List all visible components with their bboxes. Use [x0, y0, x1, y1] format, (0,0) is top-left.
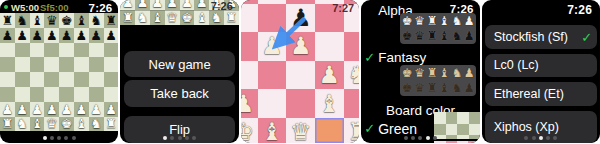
chess-piece: ♟ [315, 61, 344, 90]
board-square[interactable] [44, 87, 59, 102]
board-square[interactable]: ♜ [104, 117, 119, 132]
board-square[interactable]: ♟ [0, 28, 15, 43]
board-square[interactable] [30, 87, 45, 102]
swatch-square [434, 141, 445, 144]
chess-piece: ♞ [211, 11, 223, 24]
page-dot [192, 136, 196, 140]
board-square[interactable]: ♝ [194, 10, 209, 25]
board-square[interactable] [241, 61, 258, 90]
page-dot [163, 136, 167, 140]
watch-time: 7:26 [567, 3, 592, 17]
panel-game-board: W5:00 Sf5:00 7:26 ♜♞♝♛♚♝♞♜♟♟♟♟♟♟♟♟♟♟♟♟♟♟… [0, 0, 118, 143]
panel-appearance-settings: 7:26 Alpha ♚♛♜♝♞♟♚♛♜♝♞♟ ✓ Fantasy ♚♛♜♝♞♟… [361, 0, 479, 143]
board-square[interactable] [241, 32, 258, 61]
page-dot [64, 136, 68, 140]
preview-piece: ♞ [451, 81, 462, 96]
chess-piece: ♟ [181, 0, 193, 9]
piece-set-preview-fantasy[interactable]: ♚♛♜♝♞♟♚♛♜♝♞♟ [400, 65, 476, 96]
chess-piece: ♞ [344, 61, 360, 90]
board-square[interactable] [0, 87, 15, 102]
chess-piece: ♟ [286, 32, 315, 61]
check-icon: ✓ [364, 121, 375, 136]
board-square[interactable]: ♛ [44, 117, 59, 132]
board-square[interactable] [44, 57, 59, 72]
board-square[interactable]: ♟ [165, 0, 180, 10]
swatch-square [446, 112, 458, 124]
page-dots [482, 136, 600, 140]
preview-row: ♚♛♜♝♞♟ [400, 81, 476, 96]
board-square[interactable] [104, 43, 119, 58]
chess-piece: ♟ [166, 0, 178, 9]
chess-piece: ♜ [105, 14, 117, 27]
chess-piece: ♛ [46, 117, 58, 130]
engine-label: Ethereal (Et) [494, 87, 564, 101]
chess-piece: ♞ [90, 117, 102, 130]
board-square[interactable]: ♜ [104, 13, 119, 28]
board-square[interactable] [258, 61, 287, 90]
page-dot [72, 136, 76, 140]
chess-piece: ♞ [16, 117, 28, 130]
swatch-square [446, 124, 458, 136]
board-square[interactable] [30, 72, 45, 87]
board-square[interactable]: ♟ [44, 102, 59, 117]
chess-piece: ♝ [31, 117, 43, 130]
page-dot [185, 136, 189, 140]
preview-piece: ♝ [439, 14, 450, 29]
board-square[interactable]: ♟ [30, 28, 45, 43]
watch-time: 7:26 [450, 3, 474, 15]
swatch-square [457, 112, 469, 124]
chess-piece: ♟ [90, 103, 102, 116]
page-dot [546, 136, 550, 140]
board-square[interactable] [89, 87, 104, 102]
board-square[interactable]: ♟ [30, 102, 45, 117]
chess-piece: ♟ [46, 29, 58, 42]
board-square[interactable] [104, 57, 119, 72]
chess-piece: ♝ [152, 11, 164, 24]
swatch-square [457, 141, 468, 144]
chess-piece: ♟ [61, 103, 73, 116]
board-square[interactable] [241, 4, 258, 33]
chess-piece: ♞ [137, 11, 149, 24]
page-dot [411, 136, 415, 140]
chess-piece: ♟ [258, 32, 287, 61]
board-square[interactable] [104, 87, 119, 102]
chess-piece: ♝ [31, 14, 43, 27]
highlighted-square[interactable] [315, 118, 344, 143]
preview-piece: ♜ [427, 14, 438, 29]
chess-piece: ♟ [105, 103, 117, 116]
chess-piece: ♜ [2, 14, 14, 27]
board-square[interactable]: ♟ [59, 102, 74, 117]
preview-piece: ♚ [402, 14, 413, 29]
chess-piece: ♝ [76, 117, 88, 130]
board-square[interactable] [15, 57, 30, 72]
engine-label: Lc0 (Lc) [494, 58, 539, 72]
chess-piece: ♛ [166, 11, 178, 24]
board-square[interactable]: ♜ [0, 13, 15, 28]
preview-piece: ♚ [402, 29, 413, 44]
board-square[interactable] [44, 43, 59, 58]
check-icon: ✓ [581, 30, 592, 45]
page-dot [426, 136, 430, 140]
board-square[interactable] [15, 43, 30, 58]
board-square[interactable]: ♚ [180, 10, 195, 25]
chess-piece: ♜ [105, 117, 117, 130]
chess-piece: ♟ [2, 103, 14, 116]
preview-piece: ♛ [414, 66, 425, 81]
page-dot [404, 136, 408, 140]
board-square[interactable]: ♛ [165, 10, 180, 25]
chess-piece: ♞ [16, 14, 28, 27]
board-square[interactable] [44, 72, 59, 87]
board-square[interactable] [74, 57, 89, 72]
board-square[interactable]: ♟ [120, 0, 135, 10]
piece-set-option-fantasy[interactable]: Fantasy [378, 50, 426, 65]
chess-piece: ♛ [286, 118, 315, 143]
preview-piece: ♛ [414, 14, 425, 29]
preview-row: ♚♛♜♝♞♟ [400, 29, 476, 44]
preview-piece: ♛ [414, 29, 425, 44]
watch-screens-strip: W5:00 Sf5:00 7:26 ♜♞♝♛♚♝♞♜♟♟♟♟♟♟♟♟♟♟♟♟♟♟… [0, 0, 600, 143]
panel-game-menu: ♟♟♟♟♟♟♟♟♜♞♝♛♚♝♞♜ 7:26 New gameTake backF… [120, 0, 238, 143]
chess-piece: ♟ [152, 0, 164, 9]
board-square[interactable] [30, 43, 45, 58]
preview-piece: ♟ [464, 66, 475, 81]
engine-label: Stockfish (Sf) [494, 30, 568, 44]
board-square[interactable]: ♟ [59, 28, 74, 43]
board-square[interactable] [0, 72, 15, 87]
board-square[interactable]: ♟ [0, 102, 15, 117]
board-square[interactable] [0, 43, 15, 58]
board-square[interactable]: ♟ [194, 0, 209, 10]
board-square[interactable] [344, 89, 360, 118]
board-square[interactable]: ♟ [74, 102, 89, 117]
chess-piece: ♟ [31, 103, 43, 116]
page-dot [553, 136, 557, 140]
board-square[interactable] [74, 87, 89, 102]
page-dot [50, 136, 54, 140]
chess-board[interactable]: ♜♞♝♛♚♝♞♜♟♟♟♟♟♟♟♟♟♟♟♟♟♟♟♟♜♞♝♛♚♝♞♜ [0, 13, 118, 131]
status-bar: W5:00 Sf5:00 7:26 [0, 0, 118, 13]
board-square[interactable]: ♝ [30, 117, 45, 132]
board-square[interactable]: ♟ [104, 102, 119, 117]
board-square[interactable]: ♝ [30, 13, 45, 28]
chess-piece: ♞ [90, 14, 102, 27]
page-dot [170, 136, 174, 140]
chess-piece: ♟ [61, 29, 73, 42]
engine-label: Xiphos (Xp) [494, 120, 559, 134]
chess-piece: ♝ [76, 14, 88, 27]
check-icon: ✓ [364, 50, 375, 65]
preview-row: ♚♛♜♝♞♟ [400, 14, 476, 29]
board-square[interactable] [89, 72, 104, 87]
board-square[interactable] [344, 32, 360, 61]
chess-piece: ♜ [2, 117, 14, 130]
board-square[interactable]: ♟ [89, 28, 104, 43]
preview-piece: ♟ [464, 14, 475, 29]
chess-piece: ♜ [344, 118, 360, 143]
board-square[interactable] [258, 89, 287, 118]
board-square[interactable]: ♜ [224, 10, 239, 25]
watch-time: 7:26 [211, 0, 233, 12]
board-square[interactable]: ♟ [89, 102, 104, 117]
chess-piece: ♜ [226, 11, 238, 24]
chess-piece: ♟ [46, 103, 58, 116]
board-square[interactable]: ♛ [44, 13, 59, 28]
board-square[interactable]: ♞ [89, 117, 104, 132]
preview-piece: ♚ [402, 66, 413, 81]
chess-piece: ♟ [76, 29, 88, 42]
board-square[interactable] [89, 43, 104, 58]
board-square[interactable]: ♟ [104, 28, 119, 43]
swatch-square [457, 124, 469, 136]
board-square[interactable]: ♟ [74, 28, 89, 43]
engine-clock: Sf5:00 [40, 2, 69, 13]
board-square[interactable] [74, 43, 89, 58]
chess-piece: ♚ [181, 11, 193, 24]
board-square[interactable] [30, 57, 45, 72]
page-dots [0, 136, 118, 140]
page-dots [361, 136, 479, 140]
chess-piece: ♚ [61, 14, 73, 27]
chess-piece: ♟ [105, 29, 117, 42]
board-square[interactable] [59, 43, 74, 58]
preview-row: ♚♛♜♝♞♟ [400, 66, 476, 81]
board-square[interactable]: ♜ [120, 10, 135, 25]
swatch-square [469, 112, 480, 124]
chess-piece: ♚ [241, 118, 258, 143]
chess-piece: ♛ [46, 14, 58, 27]
page-dot [524, 136, 528, 140]
chess-piece: ♟ [76, 103, 88, 116]
board-square[interactable] [89, 57, 104, 72]
white-clock: W5:00 [11, 2, 39, 13]
panel-zoomed-board: ♟♟♟♟♟♞♟♝♚♝♛♜ 7:27 [241, 0, 359, 143]
page-dots [120, 136, 238, 140]
preview-piece: ♚ [402, 81, 413, 96]
board-square[interactable]: ♜ [0, 117, 15, 132]
preview-piece: ♟ [464, 81, 475, 96]
board-square[interactable]: ♟ [150, 0, 165, 10]
page-dot [532, 136, 536, 140]
board-square[interactable]: ♚ [59, 13, 74, 28]
board-square[interactable] [15, 87, 30, 102]
engine-option-lc0[interactable]: Lc0 (Lc) [485, 54, 597, 78]
board-square[interactable] [286, 89, 315, 118]
chess-piece: ♜ [122, 11, 134, 24]
chess-piece: ♟ [31, 29, 43, 42]
board-color-preview-next [434, 141, 479, 144]
board-square[interactable]: ♞ [89, 13, 104, 28]
board-square[interactable]: ♚ [59, 117, 74, 132]
page-dot [433, 136, 437, 140]
preview-piece: ♞ [451, 66, 462, 81]
board-square[interactable] [74, 72, 89, 87]
page-dot [43, 136, 47, 140]
board-square[interactable]: ♟ [15, 28, 30, 43]
watch-time: 7:26 [89, 2, 113, 14]
preview-piece: ♝ [439, 29, 450, 44]
page-dot [539, 136, 543, 140]
chess-piece: ♚ [61, 117, 73, 130]
preview-piece: ♜ [427, 66, 438, 81]
swatch-square [434, 124, 446, 136]
preview-piece: ♞ [451, 29, 462, 44]
preview-piece: ♟ [464, 29, 475, 44]
board-square[interactable] [258, 4, 287, 33]
board-square[interactable]: ♞ [135, 10, 150, 25]
board-square[interactable] [315, 32, 344, 61]
board-square[interactable]: ♟ [180, 0, 195, 10]
menu-button-new-game[interactable]: New game [124, 51, 234, 77]
chess-piece: ♟ [241, 89, 258, 118]
board-square[interactable] [59, 57, 74, 72]
chess-piece: ♟ [196, 0, 208, 9]
page-dot [178, 136, 182, 140]
page-dot [57, 136, 61, 140]
page-dot [418, 136, 422, 140]
recording-dot-icon [4, 5, 8, 9]
board-square[interactable] [104, 72, 119, 87]
board-square[interactable]: ♟ [44, 28, 59, 43]
chess-piece: ♟ [286, 4, 315, 33]
preview-piece: ♛ [414, 81, 425, 96]
preview-piece: ♝ [439, 81, 450, 96]
board-square[interactable]: ♝ [74, 117, 89, 132]
chess-piece: ♝ [196, 11, 208, 24]
swatch-square [434, 112, 446, 124]
board-square[interactable] [15, 72, 30, 87]
preview-piece: ♜ [427, 81, 438, 96]
panel-engine-list: 7:26 Stockfish (Sf)✓Lc0 (Lc)Ethereal (Et… [482, 0, 600, 143]
chess-piece: ♟ [16, 103, 28, 116]
board-square[interactable] [59, 87, 74, 102]
chess-piece: ♟ [137, 0, 149, 9]
board-square[interactable]: ♞ [15, 13, 30, 28]
menu-button-take-back[interactable]: Take back [124, 80, 234, 107]
watch-time: 7:27 [332, 2, 354, 14]
chess-piece: ♟ [16, 29, 28, 42]
board-square[interactable] [286, 61, 315, 90]
board-square[interactable]: ♟ [15, 102, 30, 117]
board-square[interactable] [0, 57, 15, 72]
chess-piece: ♟ [2, 29, 14, 42]
swatch-square [469, 124, 480, 136]
board-square[interactable]: ♟ [135, 0, 150, 10]
board-square[interactable] [59, 72, 74, 87]
chess-piece: ♝ [315, 89, 344, 118]
preview-piece: ♜ [427, 29, 438, 44]
board-square[interactable]: ♞ [209, 10, 224, 25]
chess-piece: ♝ [258, 118, 287, 143]
chess-piece: ♟ [122, 0, 134, 9]
board-square[interactable]: ♝ [74, 13, 89, 28]
swatch-square [446, 141, 457, 144]
engine-option-ethereal[interactable]: Ethereal (Et) [485, 82, 597, 106]
piece-set-preview-alpha[interactable]: ♚♛♜♝♞♟♚♛♜♝♞♟ [400, 13, 476, 44]
swatch-square [468, 141, 479, 144]
preview-piece: ♞ [451, 14, 462, 29]
board-square[interactable]: ♝ [150, 10, 165, 25]
board-square[interactable]: ♞ [15, 117, 30, 132]
chess-piece: ♟ [90, 29, 102, 42]
preview-piece: ♝ [439, 66, 450, 81]
